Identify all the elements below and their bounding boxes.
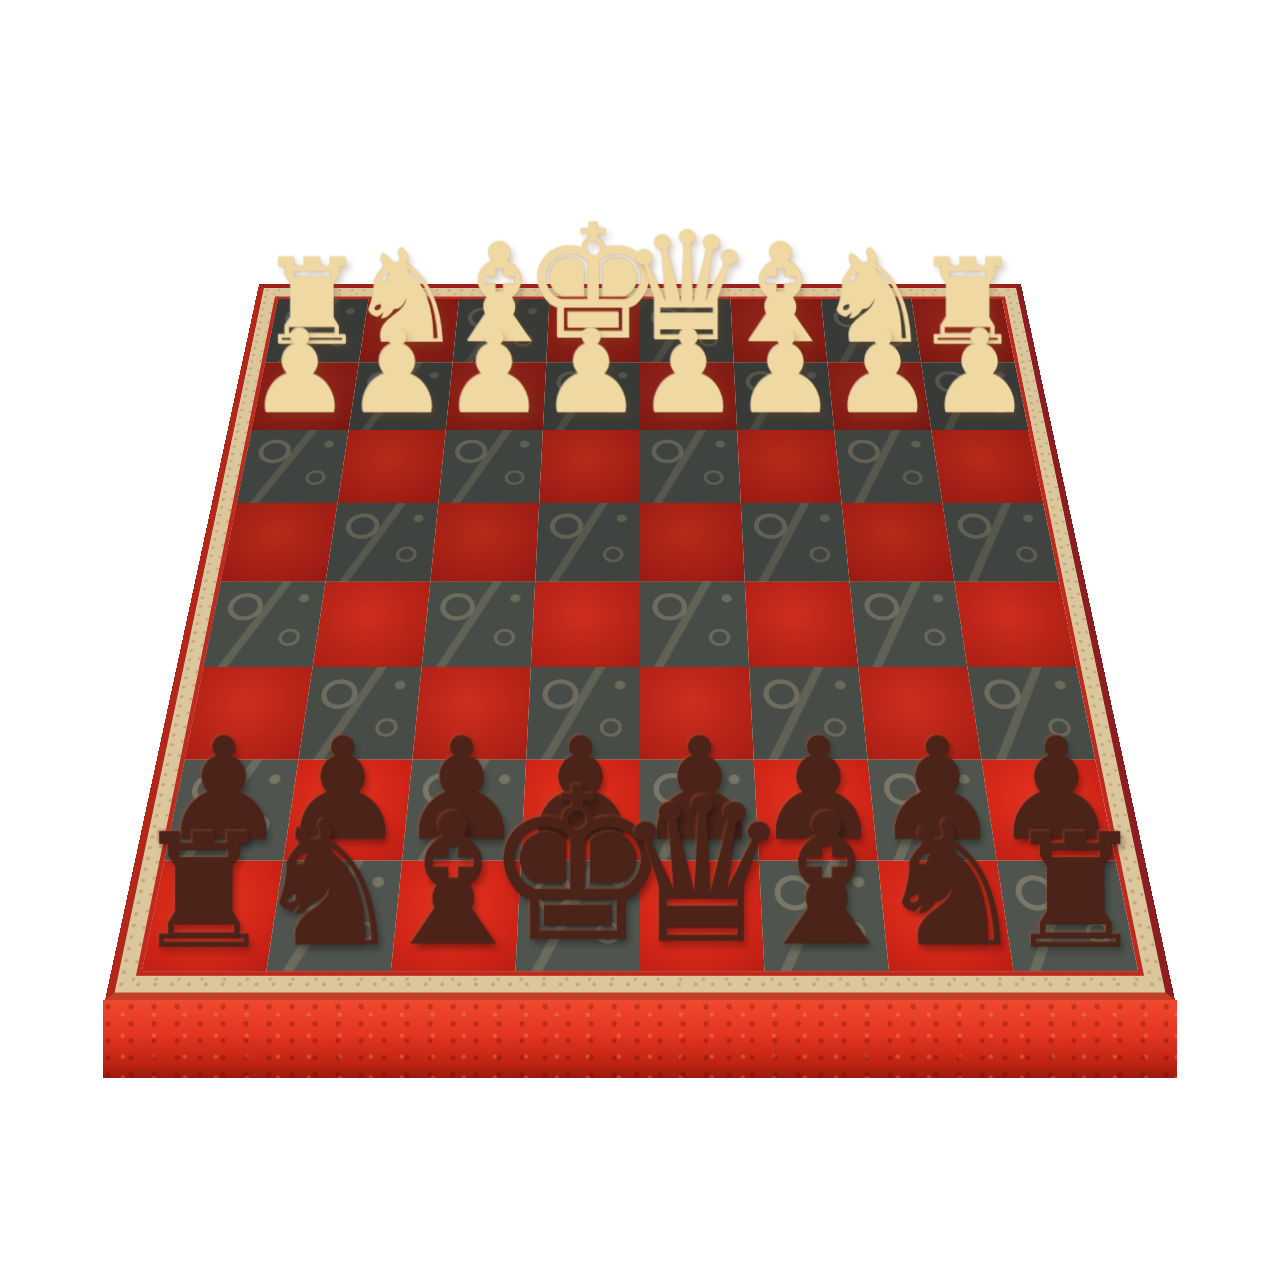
square-surface — [326, 503, 439, 582]
square-a3[interactable] — [931, 430, 1043, 503]
piece-white-pawn[interactable]: ♟ — [540, 314, 644, 430]
piece-white-pawn[interactable]: ♟ — [442, 314, 546, 430]
square-surface — [422, 582, 535, 667]
square-e5[interactable] — [531, 582, 640, 667]
square-f3[interactable] — [438, 430, 543, 503]
square-g5[interactable] — [313, 582, 431, 667]
square-d3[interactable] — [640, 430, 741, 503]
square-c5[interactable] — [745, 582, 858, 667]
square-c2[interactable]: ♟ — [734, 362, 835, 430]
square-d4[interactable] — [640, 503, 745, 582]
square-surface — [640, 582, 749, 667]
square-h4[interactable] — [221, 503, 338, 582]
square-e3[interactable] — [539, 430, 640, 503]
square-surface — [745, 582, 858, 667]
piece-white-pawn[interactable]: ♟ — [637, 314, 741, 430]
square-f2[interactable]: ♟ — [446, 362, 547, 430]
square-a2[interactable]: ♟ — [921, 362, 1028, 430]
square-surface — [338, 430, 446, 503]
square-g4[interactable] — [326, 503, 439, 582]
square-surface — [737, 430, 842, 503]
square-f5[interactable] — [422, 582, 535, 667]
square-a4[interactable] — [942, 503, 1059, 582]
square-surface — [942, 503, 1059, 582]
square-g3[interactable] — [338, 430, 446, 503]
square-b3[interactable] — [834, 430, 942, 503]
board-grid: ♜♞♝♚♛♝♞♜♟♟♟♟♟♟♟♟♟♟♟♟♟♟♟♟♜♞♝♚♛♝♞♜ — [142, 299, 1138, 971]
square-surface — [535, 503, 640, 582]
square-surface — [954, 582, 1076, 667]
square-surface — [237, 430, 349, 503]
square-surface — [931, 430, 1043, 503]
square-a8[interactable]: ♜ — [997, 861, 1138, 971]
square-b8[interactable]: ♞ — [878, 861, 1014, 971]
square-h2[interactable]: ♟ — [252, 362, 359, 430]
photo-background: ♜♞♝♚♛♝♞♜♟♟♟♟♟♟♟♟♟♟♟♟♟♟♟♟♜♞♝♚♛♝♞♜ — [0, 0, 1280, 1280]
chess-board: ♜♞♝♚♛♝♞♜♟♟♟♟♟♟♟♟♟♟♟♟♟♟♟♟♜♞♝♚♛♝♞♜ — [105, 284, 1175, 1000]
square-surface — [313, 582, 431, 667]
square-b4[interactable] — [842, 503, 955, 582]
square-g2[interactable]: ♟ — [349, 362, 453, 430]
piece-white-pawn[interactable]: ♟ — [928, 314, 1032, 430]
square-surface — [842, 503, 955, 582]
piece-black-rook[interactable]: ♜ — [1005, 813, 1147, 971]
square-d2[interactable]: ♟ — [640, 362, 737, 430]
piece-white-pawn[interactable]: ♟ — [831, 314, 935, 430]
square-surface — [221, 503, 338, 582]
square-c3[interactable] — [737, 430, 842, 503]
board-front-edge — [103, 1000, 1177, 1078]
square-surface — [438, 430, 543, 503]
square-c4[interactable] — [741, 503, 850, 582]
square-e4[interactable] — [535, 503, 640, 582]
square-e2[interactable]: ♟ — [543, 362, 640, 430]
square-a5[interactable] — [954, 582, 1076, 667]
square-h3[interactable] — [237, 430, 349, 503]
square-surface — [640, 503, 745, 582]
square-c8[interactable]: ♝ — [759, 861, 889, 971]
square-surface — [539, 430, 640, 503]
square-f4[interactable] — [430, 503, 539, 582]
piece-white-pawn[interactable]: ♟ — [345, 314, 449, 430]
square-b2[interactable]: ♟ — [827, 362, 931, 430]
square-b5[interactable] — [850, 582, 968, 667]
piece-white-pawn[interactable]: ♟ — [734, 314, 838, 430]
square-surface — [531, 582, 640, 667]
square-surface — [834, 430, 942, 503]
square-d5[interactable] — [640, 582, 749, 667]
piece-white-pawn[interactable]: ♟ — [248, 314, 352, 430]
square-surface — [640, 430, 741, 503]
square-surface — [741, 503, 850, 582]
square-h5[interactable] — [203, 582, 325, 667]
square-surface — [203, 582, 325, 667]
square-surface — [430, 503, 539, 582]
square-surface — [850, 582, 968, 667]
